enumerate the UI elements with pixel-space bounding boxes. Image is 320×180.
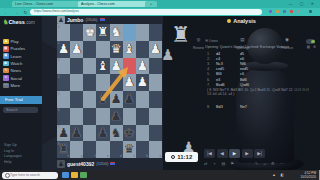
board-square[interactable]: ♝	[96, 91, 109, 108]
board-square[interactable]: g	[70, 141, 83, 158]
board-square[interactable]: ♝	[123, 41, 136, 58]
chess-piece[interactable]: ♟	[97, 127, 108, 140]
move-number: 5.	[207, 72, 216, 76]
play-button[interactable]: ▶	[229, 149, 240, 158]
black-move[interactable]: exd5	[240, 67, 264, 71]
move-row: 7.Bxd6Qxd6	[207, 82, 307, 87]
taskbar-search-box[interactable]: Type here to search	[2, 172, 58, 179]
board-square[interactable]: ♟	[110, 91, 123, 108]
move-number: 8.	[207, 105, 216, 109]
board-square[interactable]: 2♟	[57, 41, 70, 58]
rank-label: 5	[58, 92, 60, 96]
board-square[interactable]: d	[110, 141, 123, 158]
board-square[interactable]: ♟	[96, 125, 109, 142]
chess-piece[interactable]: ♝	[124, 43, 135, 56]
board-square[interactable]: ♟	[123, 74, 136, 91]
board-square-blunder-square-c3[interactable]	[123, 58, 136, 75]
chess-piece[interactable]: ♚	[124, 127, 135, 140]
rank-label: 4	[58, 75, 60, 79]
analysis-panel: ♜ ♟ ♟ Analysis ◎Review▤Openings◉Practice…	[163, 16, 320, 170]
browser-nav-buttons[interactable]: ← → ↻	[4, 10, 29, 15]
sidebar-footer-link[interactable]: Log In	[4, 149, 14, 153]
board-square[interactable]: 6	[57, 108, 70, 125]
rank-label: 3	[58, 58, 60, 62]
move-number: 1.	[207, 52, 216, 56]
board-square[interactable]	[70, 24, 83, 41]
bottom-player-flag-icon	[110, 162, 115, 166]
opening-name[interactable]: Opening: Queen's Gambit Declined: Exchan…	[205, 45, 289, 49]
board-square[interactable]	[83, 58, 96, 75]
chess-piece[interactable]: ♚	[84, 26, 95, 39]
bottom-player-clock: 11:12	[165, 152, 198, 162]
move-list: 1.d4d52.c4e63.Nc3Nf64.cxd5exd55.Bf4c66.e…	[207, 51, 307, 87]
jump-to-end-button[interactable]: ▶|	[254, 149, 265, 158]
board-square[interactable]	[83, 108, 96, 125]
sidebar-footer-link[interactable]: Sign Up	[4, 143, 17, 147]
black-move[interactable]: c6	[240, 72, 264, 76]
chess-piece[interactable]: ♟	[137, 60, 148, 73]
browser-tab-live-chess[interactable]: Live Chess - Chess.com	[12, 1, 82, 7]
lines-label: ☰ Lines	[205, 39, 218, 43]
board-square[interactable]	[70, 58, 83, 75]
top-player-rating: (1500)	[85, 17, 97, 22]
board-square[interactable]: 1	[57, 24, 70, 41]
sidebar-item-label: Watch	[11, 61, 23, 66]
rank-label: 6	[58, 108, 60, 112]
opening-icons[interactable]: ▤ ⚙	[307, 45, 317, 49]
chess-piece[interactable]: ♞	[110, 127, 121, 140]
bottom-player-bar: ♟ guest40392 (1200)	[57, 159, 162, 168]
chess-piece[interactable]: ♟	[150, 43, 161, 56]
board-square[interactable]	[136, 91, 149, 108]
top-player-flag-icon	[100, 18, 105, 22]
sidebar-item-label: News	[11, 68, 21, 73]
board-square[interactable]	[70, 74, 83, 91]
system-tray-clock[interactable]: 4:52 PM 10/10/2020	[301, 171, 316, 179]
file-label: h	[68, 154, 70, 158]
white-move[interactable]: cxd5	[216, 67, 240, 71]
panel-tools-right[interactable]: ✎ ⌂ ⚙ ⋯	[255, 161, 286, 166]
rank-label: 7	[58, 125, 60, 129]
previous-move-button[interactable]: ◀	[217, 149, 228, 158]
chess-piece[interactable]: ♟	[110, 60, 121, 73]
chess-piece[interactable]: ♛	[110, 43, 121, 56]
move-row: 8. Bd3 Ne7	[207, 105, 264, 109]
panel-title: Analysis	[163, 18, 320, 24]
board-square[interactable]: ♟	[136, 74, 149, 91]
taskbar-app-icon[interactable]	[62, 172, 69, 178]
top-player-avatar[interactable]: ♟	[57, 16, 65, 24]
board-square[interactable]: 4	[57, 74, 70, 91]
black-move[interactable]: d5	[240, 52, 264, 56]
sidebar-item-label: More	[11, 83, 21, 88]
tray-date: 10/10/2020	[301, 175, 316, 179]
rook-artwork: ♜	[171, 22, 191, 48]
news-icon: ✎	[3, 68, 9, 74]
engine-toggle[interactable]	[306, 39, 315, 44]
white-move[interactable]: Bxd6	[216, 83, 240, 87]
extension-icon[interactable]	[269, 10, 272, 13]
bottom-player-name[interactable]: guest40392	[67, 161, 94, 167]
board-square[interactable]	[149, 108, 162, 125]
rank-label: 2	[58, 41, 60, 45]
screen: Live Chess - Chess.com Analysis - Chess.…	[0, 0, 320, 180]
sidebar-item-more[interactable]: ⋯More	[3, 82, 20, 89]
board-square[interactable]	[70, 108, 83, 125]
sidebar-footer-link[interactable]: Help	[4, 160, 11, 164]
board-square[interactable]	[149, 125, 162, 142]
chess-piece[interactable]: ♟	[58, 43, 69, 56]
taskbar-app-icon[interactable]	[80, 172, 87, 178]
move-navigation: |◀◀▶▶▶|	[204, 149, 265, 158]
file-label: b	[146, 154, 148, 158]
board-square[interactable]	[83, 125, 96, 142]
board-square[interactable]: f	[83, 141, 96, 158]
board-square[interactable]: a	[149, 141, 162, 158]
chess-piece[interactable]: ♝	[97, 60, 108, 73]
black-move[interactable]: Qxd6	[240, 83, 264, 87]
rank-label: 8	[58, 142, 60, 146]
sidebar-item-label: Puzzles	[11, 46, 26, 51]
board-square[interactable]: 7♟	[57, 125, 70, 142]
windows-taskbar: Type here to search ▲ ◧ 4:52 PM 10/10/20…	[0, 170, 320, 180]
board-square[interactable]	[83, 74, 96, 91]
system-tray-icons[interactable]: ▲ ◧	[272, 173, 286, 177]
board-square[interactable]: ♟	[70, 125, 83, 142]
file-label: g	[81, 154, 83, 158]
chesscom-sidebar: ♞Chess.com ♟Play▦Puzzles▣Learn▶Watch✎New…	[0, 16, 42, 170]
file-label: e	[107, 154, 109, 158]
top-player-name[interactable]: Jumbo	[67, 17, 83, 23]
sidebar-search-box[interactable]: Search	[3, 107, 38, 113]
board-square[interactable]: ♞	[110, 125, 123, 142]
white-move[interactable]: e3	[216, 78, 240, 82]
lightbulb-icon	[227, 19, 231, 23]
panel-tab-review[interactable]: ◎Review	[193, 27, 204, 50]
chess-piece[interactable]: ♟	[124, 76, 135, 89]
sidebar-free-trial-button[interactable]: Free Trial	[0, 96, 42, 104]
board-square[interactable]: ♟	[110, 108, 123, 125]
chess-piece[interactable]: ♟	[124, 93, 135, 106]
move-number: 3.	[207, 62, 216, 66]
variation-line[interactable]: ( 8. Nf3 Ne7 9. Bd3 Bf5 10. Qc2 Bxd3 11.…	[207, 88, 309, 97]
sidebar-item-puzzles[interactable]: ▦Puzzles	[3, 45, 25, 52]
play-icon: ♟	[3, 39, 9, 45]
new-tab-button[interactable]: +	[145, 1, 157, 7]
board-square[interactable]: e	[96, 141, 109, 158]
chess-piece[interactable]: ♟	[110, 110, 121, 123]
panel-tools-left[interactable]: ⇄ ＋ ▤ ⚑	[204, 161, 236, 166]
opening-row: Opening: Queen's Gambit Declined: Exchan…	[205, 45, 317, 49]
top-player-bar: ♟ Jumbo (1500)	[57, 15, 162, 24]
learn-icon: ▣	[3, 53, 9, 59]
extension-icon[interactable]	[276, 10, 279, 13]
board-square[interactable]	[149, 74, 162, 91]
sidebar-item-label: Play	[11, 39, 19, 44]
board-square[interactable]: ♚	[83, 24, 96, 41]
taskbar-app-icon[interactable]	[71, 172, 78, 178]
file-label: d	[120, 154, 122, 158]
board-square[interactable]	[123, 108, 136, 125]
bottom-player-rating: (1200)	[96, 161, 108, 166]
clock-icon	[171, 155, 176, 160]
sidebar-item-learn[interactable]: ▣Learn	[3, 53, 21, 60]
extension-icon[interactable]	[290, 10, 293, 13]
board-square[interactable]	[136, 24, 149, 41]
board-square[interactable]: 8h♜	[57, 141, 70, 158]
board-square[interactable]: ♟	[123, 91, 136, 108]
more-icon: ⋯	[3, 83, 9, 89]
black-move[interactable]: e6	[240, 57, 264, 61]
chess-piece[interactable]: ♝	[97, 93, 108, 106]
board-square[interactable]: ♝	[96, 58, 109, 75]
browser-menu-icon[interactable]	[309, 10, 312, 13]
board-square[interactable]	[136, 41, 149, 58]
board-square[interactable]	[96, 108, 109, 125]
window-controls[interactable]: — ▢ ✕	[289, 1, 317, 6]
board-square[interactable]	[70, 91, 83, 108]
file-label: c	[133, 154, 135, 158]
sidebar-item-label: Social	[11, 76, 22, 81]
watch-icon: ▶	[3, 61, 9, 67]
chesscom-logo[interactable]: ♞Chess.com	[3, 18, 35, 25]
board-square[interactable]	[110, 74, 123, 91]
white-move[interactable]: Bd3	[216, 105, 240, 109]
board-square[interactable]	[149, 91, 162, 108]
pawn-artwork-small: ♟	[163, 46, 174, 64]
move-number: 6.	[207, 78, 216, 82]
board-square[interactable]	[149, 24, 162, 41]
board-square[interactable]: b	[136, 141, 149, 158]
puzzles-icon: ▦	[3, 46, 9, 52]
board-square[interactable]: 5	[57, 91, 70, 108]
black-move[interactable]: Ne7	[240, 105, 264, 109]
file-label: a	[159, 154, 161, 158]
jump-to-start-button[interactable]: |◀	[204, 149, 215, 158]
chess-piece[interactable]: ♞	[110, 26, 121, 39]
board-square[interactable]: ♟	[110, 58, 123, 75]
browser-tab-analysis[interactable]: Analysis - Chess.com	[78, 1, 148, 7]
board-square[interactable]	[96, 74, 109, 91]
board-square[interactable]	[136, 108, 149, 125]
board-square[interactable]: ♞	[110, 24, 123, 41]
chess-piece[interactable]: ♟	[71, 43, 82, 56]
chess-piece[interactable]: ♜	[97, 26, 108, 39]
sidebar-item-news[interactable]: ✎News	[3, 67, 21, 74]
board-square[interactable]: ♚	[123, 125, 136, 142]
black-move[interactable]: Bd6	[240, 78, 264, 82]
chess-piece[interactable]: ♟	[110, 93, 121, 106]
board-square[interactable]: ♜	[96, 24, 109, 41]
white-move[interactable]: c4	[216, 57, 240, 61]
review-icon: ◎	[196, 37, 200, 42]
board-square[interactable]	[83, 91, 96, 108]
black-move[interactable]: Nf6	[240, 62, 264, 66]
board-square[interactable]	[83, 41, 96, 58]
bottom-player-avatar[interactable]: ♟	[57, 160, 65, 168]
chess-piece[interactable]: ♟	[71, 127, 82, 140]
move-number: 7.	[207, 83, 216, 87]
board-square[interactable]: ♛	[110, 41, 123, 58]
sidebar-item-watch[interactable]: ▶Watch	[3, 60, 22, 67]
extension-icon[interactable]	[297, 10, 300, 13]
rank-label: 1	[58, 25, 60, 29]
sidebar-item-label: Learn	[11, 54, 22, 59]
white-move[interactable]: Nc3	[216, 62, 240, 66]
sidebar-item-social[interactable]: ☺Social	[3, 75, 22, 82]
board-square[interactable]: ♟	[70, 41, 83, 58]
white-move[interactable]: d4	[216, 52, 240, 56]
sidebar-footer-link[interactable]: Languages	[4, 154, 22, 158]
white-move[interactable]: Bf4	[216, 72, 240, 76]
sidebar-item-play[interactable]: ♟Play	[3, 38, 19, 45]
board-square[interactable]: c♛	[123, 141, 136, 158]
board-square[interactable]: 3	[57, 58, 70, 75]
chess-piece[interactable]: ♟	[58, 127, 69, 140]
extension-icon[interactable]	[283, 10, 286, 13]
board-square-last-move-square-c1[interactable]	[123, 24, 136, 41]
board-square[interactable]	[96, 41, 109, 58]
engine-lines-row: ☰ Lines	[205, 39, 315, 44]
board-square[interactable]: ♟	[136, 58, 149, 75]
chess-board[interactable]: 1♚♜♞2♟♟♛♝♟3♝♟♟4♟♟5♝♟♟6♟7♟♟♟♞♚8h♜gfedc♛ba	[57, 24, 162, 158]
chess-piece[interactable]: ♟	[137, 76, 148, 89]
url-field[interactable]: https://www.chess.com/analysis	[30, 9, 262, 15]
next-move-button[interactable]: ▶	[242, 149, 253, 158]
social-icon: ☺	[3, 75, 9, 81]
move-number: 2.	[207, 57, 216, 61]
board-square[interactable]: ♟	[149, 41, 162, 58]
board-square[interactable]	[149, 58, 162, 75]
move-number: 4.	[207, 67, 216, 71]
board-square[interactable]	[136, 125, 149, 142]
browser-tab-bar: Live Chess - Chess.com Analysis - Chess.…	[0, 0, 320, 8]
